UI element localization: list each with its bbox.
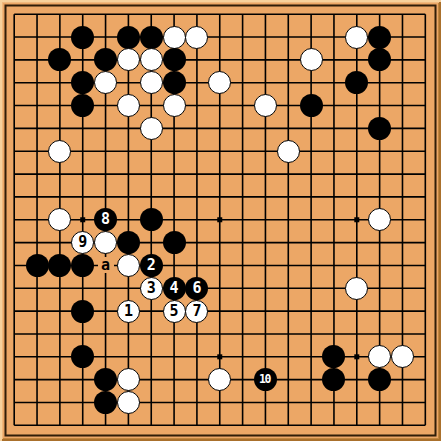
stone-white — [140, 117, 163, 140]
move-number-label: 4 — [170, 280, 179, 295]
stone-black — [94, 368, 117, 391]
move-number-label: 7 — [192, 303, 201, 318]
stone-black — [140, 208, 163, 231]
move-number-label: 8 — [101, 212, 110, 227]
move-8-stone-black: 8 — [94, 208, 117, 231]
stone-white — [208, 368, 231, 391]
stone-black — [345, 71, 368, 94]
stone-white — [117, 391, 140, 414]
stone-white — [117, 48, 140, 71]
stone-white — [208, 71, 231, 94]
move-number-label: 3 — [147, 280, 156, 295]
stone-white — [185, 26, 208, 49]
move-number-label: 5 — [170, 303, 179, 318]
stones-layer: 89234615710a — [0, 0, 441, 441]
stone-black — [163, 48, 186, 71]
move-number-label: 1 — [124, 303, 133, 318]
stone-white — [300, 48, 323, 71]
stone-black — [368, 117, 391, 140]
stone-white — [48, 140, 71, 163]
stone-black — [368, 368, 391, 391]
stone-white — [117, 368, 140, 391]
stone-black — [71, 26, 94, 49]
stone-white — [254, 94, 277, 117]
move-number-label: 6 — [192, 280, 201, 295]
stone-black — [117, 26, 140, 49]
stone-white — [117, 94, 140, 117]
stone-white — [140, 71, 163, 94]
stone-white — [94, 231, 117, 254]
stone-white — [345, 26, 368, 49]
move-2-stone-black: 2 — [140, 254, 163, 277]
stone-black — [163, 71, 186, 94]
move-10-stone-black: 10 — [254, 368, 277, 391]
stone-black — [300, 94, 323, 117]
move-4-stone-black: 4 — [163, 277, 186, 300]
stone-black — [26, 254, 49, 277]
move-number-label: 2 — [147, 257, 156, 272]
stone-black — [117, 231, 140, 254]
stone-black — [94, 48, 117, 71]
move-3-stone-white: 3 — [140, 277, 163, 300]
stone-black — [71, 71, 94, 94]
stone-black — [48, 48, 71, 71]
stone-black — [322, 368, 345, 391]
move-number-label: 10 — [259, 373, 270, 385]
stone-black — [163, 231, 186, 254]
stone-black — [368, 48, 391, 71]
stone-black — [368, 26, 391, 49]
move-1-stone-white: 1 — [117, 300, 140, 323]
stone-black — [140, 26, 163, 49]
stone-black — [71, 254, 94, 277]
stone-white — [345, 277, 368, 300]
stone-white — [94, 71, 117, 94]
move-7-stone-white: 7 — [185, 300, 208, 323]
stone-white — [117, 254, 140, 277]
stone-black — [48, 254, 71, 277]
screenshot: 89234615710a — [0, 0, 441, 441]
stone-black — [71, 94, 94, 117]
stone-white — [163, 94, 186, 117]
stone-black — [322, 345, 345, 368]
stone-white — [391, 345, 414, 368]
stone-white — [140, 48, 163, 71]
move-6-stone-black: 6 — [185, 277, 208, 300]
stone-white — [163, 26, 186, 49]
stone-black — [71, 300, 94, 323]
move-5-stone-white: 5 — [163, 300, 186, 323]
move-number-label: 9 — [78, 235, 87, 250]
stone-white — [48, 208, 71, 231]
point-label-a: a — [98, 257, 114, 273]
go-board: 89234615710a — [0, 0, 441, 441]
stone-black — [94, 391, 117, 414]
stone-black — [71, 345, 94, 368]
move-9-stone-white: 9 — [71, 231, 94, 254]
stone-white — [277, 140, 300, 163]
stone-white — [368, 345, 391, 368]
stone-white — [368, 208, 391, 231]
